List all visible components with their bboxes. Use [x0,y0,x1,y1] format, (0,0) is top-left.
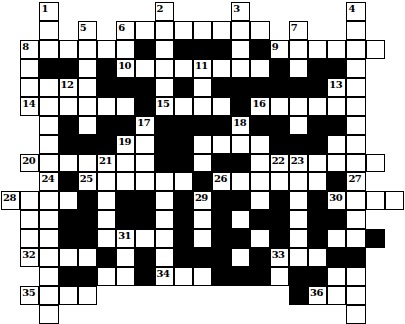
blocked-cell [308,267,327,286]
crossword-cell[interactable] [97,229,116,248]
crossword-cell[interactable]: 9 [270,40,289,59]
blocked-cell [97,78,116,97]
blocked-cell [250,116,269,135]
blocked-cell [366,229,385,248]
outside-cell [366,286,385,305]
crossword-cell[interactable] [250,172,269,191]
crossword-cell[interactable]: 30 [327,191,346,210]
clue-number: 9 [272,41,278,52]
crossword-cell[interactable] [116,267,135,286]
blocked-cell [327,116,346,135]
outside-cell [1,154,20,173]
crossword-cell[interactable] [116,172,135,191]
blocked-cell [97,116,116,135]
crossword-cell[interactable] [231,135,250,154]
blocked-cell [174,210,193,229]
crossword-cell[interactable] [270,97,289,116]
clue-number: 25 [80,173,93,184]
crossword-cell[interactable] [366,40,385,59]
outside-cell [174,286,193,305]
crossword-cell[interactable] [366,154,385,173]
crossword-cell[interactable] [174,267,193,286]
crossword-cell[interactable] [78,116,97,135]
crossword-cell[interactable] [327,97,346,116]
crossword-cell[interactable]: 29 [193,191,212,210]
outside-cell [366,59,385,78]
crossword-cell[interactable]: 32 [20,248,39,267]
outside-cell [289,305,308,324]
blocked-cell [308,191,327,210]
crossword-cell[interactable] [78,40,97,59]
crossword-cell[interactable] [346,59,365,78]
outside-cell [97,305,116,324]
blocked-cell [308,116,327,135]
crossword-cell[interactable] [39,78,58,97]
blocked-cell [308,59,327,78]
crossword-cell[interactable] [308,248,327,267]
crossword-cell[interactable] [20,78,39,97]
crossword-cell[interactable] [39,248,58,267]
crossword-cell[interactable]: 12 [59,78,78,97]
outside-cell [289,2,308,21]
blocked-cell [78,135,97,154]
outside-cell [366,21,385,40]
clue-number: 4 [348,3,354,14]
clue-number: 16 [252,98,265,109]
outside-cell [1,286,20,305]
crossword-cell[interactable] [231,210,250,229]
crossword-cell[interactable] [97,210,116,229]
crossword-cell[interactable] [155,172,174,191]
crossword-cell[interactable] [193,78,212,97]
crossword-cell[interactable] [20,210,39,229]
crossword-cell[interactable]: 5 [78,21,97,40]
crossword-cell[interactable] [20,191,39,210]
crossword-cell[interactable]: 35 [20,286,39,305]
outside-cell [97,21,116,40]
crossword-cell[interactable] [193,229,212,248]
crossword-cell[interactable]: 1 [39,2,58,21]
outside-cell [250,2,269,21]
crossword-cell[interactable] [174,21,193,40]
outside-cell [366,78,385,97]
blocked-cell [231,154,250,173]
crossword-cell[interactable] [346,267,365,286]
crossword-cell[interactable] [308,40,327,59]
clue-number: 32 [22,249,35,260]
blocked-cell [155,116,174,135]
blocked-cell [59,116,78,135]
crossword-cell[interactable] [346,116,365,135]
crossword-cell[interactable]: 23 [289,154,308,173]
crossword-cell[interactable] [155,59,174,78]
blocked-cell [155,154,174,173]
blocked-cell [78,267,97,286]
outside-cell [1,210,20,229]
blocked-cell [174,154,193,173]
blocked-cell [289,135,308,154]
clue-number: 22 [272,155,285,166]
crossword-cell[interactable] [346,154,365,173]
outside-cell [20,2,39,21]
crossword-cell[interactable] [20,59,39,78]
crossword-cell[interactable]: 3 [231,2,250,21]
crossword-cell[interactable] [250,59,269,78]
blocked-cell [327,172,346,191]
outside-cell [385,59,404,78]
crossword-cell[interactable]: 15 [155,97,174,116]
outside-cell [385,172,404,191]
crossword-cell[interactable] [39,229,58,248]
crossword-cell[interactable]: 13 [327,78,346,97]
crossword-cell[interactable] [346,305,365,324]
crossword-cell[interactable] [135,172,154,191]
crossword-cell[interactable]: 22 [270,154,289,173]
crossword-cell[interactable] [193,210,212,229]
crossword-cell[interactable]: 24 [39,172,58,191]
crossword-cell[interactable] [116,97,135,116]
blocked-cell [174,78,193,97]
crossword-cell[interactable] [346,78,365,97]
crossword-cell[interactable] [231,21,250,40]
crossword-cell[interactable] [193,267,212,286]
blocked-cell [97,59,116,78]
crossword-cell[interactable] [116,248,135,267]
crossword-cell[interactable] [270,267,289,286]
crossword-cell[interactable] [385,191,404,210]
clue-number: 2 [157,3,163,14]
crossword-cell[interactable] [97,97,116,116]
blocked-cell [174,40,193,59]
crossword-cell[interactable]: 10 [116,59,135,78]
clue-number: 13 [329,79,342,90]
outside-cell [366,97,385,116]
crossword-cell[interactable]: 17 [135,116,154,135]
crossword-cell[interactable] [250,191,269,210]
crossword-cell[interactable] [327,154,346,173]
outside-cell [385,116,404,135]
blocked-cell [270,116,289,135]
crossword-cell[interactable] [231,59,250,78]
outside-cell [193,305,212,324]
crossword-cell[interactable] [135,229,154,248]
crossword-cell[interactable] [270,172,289,191]
crossword-cell[interactable] [116,154,135,173]
blocked-cell [193,248,212,267]
crossword-cell[interactable] [59,286,78,305]
crossword-cell[interactable] [174,97,193,116]
crossword-cell[interactable] [289,97,308,116]
crossword-cell[interactable] [59,191,78,210]
blocked-cell [59,59,78,78]
blocked-cell [59,229,78,248]
crossword-cell[interactable] [20,229,39,248]
clue-number: 3 [233,3,239,14]
clue-number: 20 [22,155,35,166]
crossword-cell[interactable] [39,116,58,135]
outside-cell [385,267,404,286]
crossword-cell[interactable] [193,154,212,173]
crossword-cell[interactable] [39,191,58,210]
crossword-cell[interactable]: 18 [231,116,250,135]
blocked-cell [346,248,365,267]
crossword-cell[interactable] [97,172,116,191]
crossword-cell[interactable] [39,135,58,154]
crossword-cell[interactable] [346,286,365,305]
blocked-cell [231,97,250,116]
crossword-cell[interactable]: 33 [270,248,289,267]
outside-cell [385,248,404,267]
blocked-cell [231,229,250,248]
crossword-cell[interactable] [59,97,78,116]
blocked-cell [270,229,289,248]
crossword-cell[interactable] [39,286,58,305]
crossword-cell[interactable]: 34 [155,267,174,286]
crossword-cell[interactable] [78,286,97,305]
crossword-cell[interactable] [231,40,250,59]
crossword-cell[interactable] [78,248,97,267]
crossword-cell[interactable] [39,154,58,173]
crossword-cell[interactable] [250,135,269,154]
blocked-cell [327,210,346,229]
crossword-cell[interactable] [212,59,231,78]
outside-cell [1,59,20,78]
crossword-cell[interactable] [231,248,250,267]
blocked-cell [212,229,231,248]
crossword-cell[interactable] [97,191,116,210]
crossword-cell[interactable]: 4 [346,2,365,21]
clue-number: 15 [157,98,170,109]
outside-cell [385,2,404,21]
blocked-cell [135,267,154,286]
blocked-cell [135,210,154,229]
crossword-cell[interactable] [39,210,58,229]
blocked-cell [59,135,78,154]
blocked-cell [135,248,154,267]
blocked-cell [231,267,250,286]
blocked-cell [270,78,289,97]
crossword-cell[interactable] [289,210,308,229]
outside-cell [20,305,39,324]
crossword-cell[interactable]: 16 [250,97,269,116]
outside-cell [270,286,289,305]
blocked-cell [231,191,250,210]
outside-cell [116,286,135,305]
crossword-cell[interactable] [97,267,116,286]
crossword-cell[interactable] [78,97,97,116]
blocked-cell [250,78,269,97]
outside-cell [174,305,193,324]
crossword-cell[interactable] [212,97,231,116]
outside-cell [366,248,385,267]
outside-cell [78,2,97,21]
crossword-cell[interactable] [97,40,116,59]
crossword-cell[interactable] [116,40,135,59]
outside-cell [1,40,20,59]
clue-number: 28 [3,192,16,203]
blocked-cell [212,154,231,173]
clue-number: 29 [195,192,208,203]
crossword-cell[interactable] [346,210,365,229]
crossword-cell[interactable] [155,210,174,229]
outside-cell [1,135,20,154]
blocked-cell [212,248,231,267]
outside-cell [116,2,135,21]
blocked-cell [135,97,154,116]
crossword-cell[interactable] [346,135,365,154]
crossword-cell[interactable] [366,191,385,210]
outside-cell [366,210,385,229]
outside-cell [20,116,39,135]
outside-cell [212,286,231,305]
crossword-cell[interactable] [135,154,154,173]
crossword-cell[interactable] [135,21,154,40]
crossword-cell[interactable]: 6 [116,21,135,40]
crossword-cell[interactable]: 28 [1,191,20,210]
crossword-cell[interactable] [39,21,58,40]
outside-cell [250,286,269,305]
crossword-cell[interactable] [212,135,231,154]
crossword-cell[interactable] [78,78,97,97]
blocked-cell [250,267,269,286]
outside-cell [20,172,39,191]
crossword-cell[interactable] [155,191,174,210]
crossword-cell[interactable] [39,267,58,286]
crossword-cell[interactable]: 26 [212,172,231,191]
crossword-cell[interactable] [212,21,231,40]
crossword-cell[interactable] [78,154,97,173]
crossword-cell[interactable] [346,97,365,116]
crossword-cell[interactable] [289,59,308,78]
blocked-cell [270,59,289,78]
outside-cell [1,2,20,21]
clue-number: 31 [118,230,131,241]
blocked-cell [270,210,289,229]
crossword-cell[interactable]: 36 [308,286,327,305]
crossword-cell[interactable]: 8 [20,40,39,59]
clue-number: 21 [99,155,112,166]
crossword-cell[interactable] [327,40,346,59]
crossword-cell[interactable] [135,135,154,154]
crossword-cell[interactable] [289,248,308,267]
outside-cell [155,286,174,305]
crossword-cell[interactable] [193,135,212,154]
crossword-cell[interactable] [39,40,58,59]
crossword-cell[interactable] [346,229,365,248]
crossword-cell[interactable]: 14 [20,97,39,116]
crossword-cell[interactable]: 2 [155,2,174,21]
outside-cell [59,305,78,324]
outside-cell [385,210,404,229]
crossword-cell[interactable] [193,97,212,116]
outside-cell [366,305,385,324]
crossword-cell[interactable] [327,267,346,286]
crossword-cell[interactable]: 11 [193,59,212,78]
outside-cell [1,305,20,324]
outside-cell [97,286,116,305]
crossword-cell[interactable] [59,40,78,59]
crossword-cell[interactable] [250,154,269,173]
outside-cell [366,2,385,21]
blocked-cell [59,172,78,191]
crossword-cell[interactable] [289,191,308,210]
outside-cell [385,229,404,248]
outside-cell [270,2,289,21]
crossword-cell[interactable] [78,59,97,78]
blocked-cell [212,267,231,286]
clue-number: 34 [157,268,170,279]
crossword-cell[interactable] [39,305,58,324]
crossword-cell[interactable]: 7 [289,21,308,40]
outside-cell [385,135,404,154]
blocked-cell [250,210,269,229]
crossword-cell[interactable] [289,116,308,135]
crossword-cell[interactable] [289,229,308,248]
crossword-cell[interactable] [155,248,174,267]
blocked-cell [327,248,346,267]
crossword-cell[interactable] [308,154,327,173]
outside-cell [1,229,20,248]
crossword-cell[interactable] [327,229,346,248]
crossword-cell[interactable] [327,286,346,305]
crossword-cell[interactable] [289,40,308,59]
clue-number: 35 [22,287,35,298]
crossword-cell[interactable] [308,97,327,116]
crossword-cell[interactable]: 31 [116,229,135,248]
clue-number: 1 [41,3,47,14]
crossword-cell[interactable] [135,59,154,78]
clue-number: 7 [291,22,297,33]
crossword-cell[interactable] [289,172,308,191]
outside-cell [78,305,97,324]
crossword-cell[interactable] [250,21,269,40]
outside-cell [20,21,39,40]
crossword-cell[interactable]: 20 [20,154,39,173]
outside-cell [135,2,154,21]
crossword-cell[interactable] [155,40,174,59]
crossword-cell[interactable] [231,172,250,191]
blocked-cell [174,248,193,267]
crossword-cell[interactable] [155,78,174,97]
blocked-cell [174,229,193,248]
crossword-cell[interactable] [59,248,78,267]
crossword-puzzle: 1234567891011121314151617181920212223242… [0,0,405,324]
outside-cell [135,305,154,324]
crossword-cell[interactable]: 19 [116,135,135,154]
crossword-cell[interactable] [346,191,365,210]
crossword-cell[interactable] [59,154,78,173]
crossword-cell[interactable] [174,59,193,78]
crossword-cell[interactable] [308,172,327,191]
clue-number: 30 [329,192,342,203]
crossword-board: 1234567891011121314151617181920212223242… [1,2,404,324]
crossword-cell[interactable]: 21 [97,154,116,173]
crossword-cell[interactable] [327,135,346,154]
outside-cell [385,286,404,305]
crossword-cell[interactable] [39,97,58,116]
crossword-cell[interactable] [346,40,365,59]
crossword-cell[interactable] [250,229,269,248]
crossword-cell[interactable] [155,229,174,248]
crossword-cell[interactable] [346,21,365,40]
crossword-cell[interactable]: 25 [78,172,97,191]
crossword-cell[interactable] [193,21,212,40]
crossword-cell[interactable] [174,172,193,191]
crossword-cell[interactable] [155,21,174,40]
blocked-cell [135,191,154,210]
blocked-cell [289,267,308,286]
crossword-cell[interactable]: 27 [346,172,365,191]
